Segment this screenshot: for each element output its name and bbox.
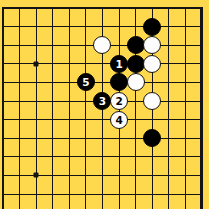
intersection [127, 36, 144, 55]
intersection [127, 54, 144, 73]
intersection: 1 [111, 54, 128, 73]
move-number-label: 4 [115, 111, 122, 129]
black-stone-move-5: 5 [77, 73, 95, 91]
white-stone [143, 36, 161, 54]
intersection: 3 [94, 92, 111, 111]
intersection [127, 73, 144, 92]
white-stone [93, 36, 111, 54]
white-stone-move-2: 2 [110, 92, 128, 110]
black-stone [110, 73, 128, 91]
intersection: 4 [111, 110, 128, 129]
intersection [144, 17, 161, 36]
move-number-label: 5 [82, 73, 89, 91]
intersection [94, 36, 111, 55]
stone-grid: 15324 [0, 0, 209, 203]
intersection: 2 [111, 92, 128, 111]
black-stone [127, 36, 145, 54]
move-number-label: 1 [115, 55, 122, 73]
black-stone-move-1: 1 [110, 55, 128, 73]
intersection: 5 [78, 73, 95, 92]
intersection [111, 73, 128, 92]
white-stone [143, 55, 161, 73]
white-stone [143, 92, 161, 110]
black-stone [127, 55, 145, 73]
intersection [144, 54, 161, 73]
white-stone-move-4: 4 [110, 111, 128, 129]
black-stone-move-3: 3 [93, 92, 111, 110]
black-stone [143, 18, 161, 36]
intersection [144, 36, 161, 55]
black-stone [143, 129, 161, 147]
white-stone [127, 73, 145, 91]
intersection [144, 92, 161, 111]
intersection [144, 129, 161, 148]
move-number-label: 3 [99, 92, 106, 110]
move-number-label: 2 [115, 92, 122, 110]
go-board: 15324 [0, 0, 209, 209]
